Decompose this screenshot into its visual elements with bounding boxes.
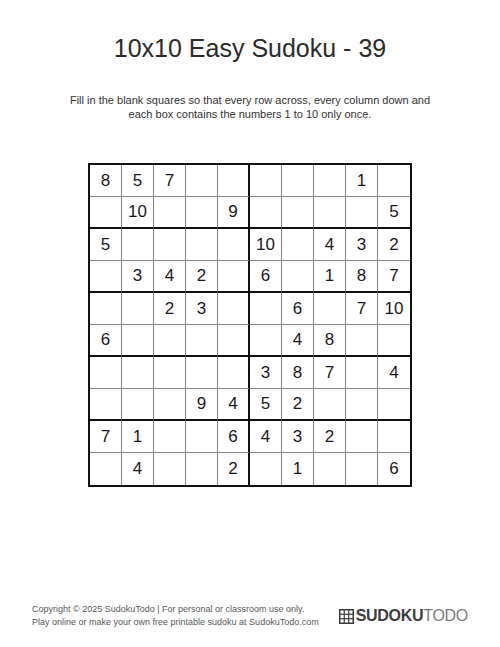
cell-r5c9: 7 (346, 293, 378, 325)
cell-r9c9 (346, 421, 378, 453)
cell-r10c3 (154, 453, 186, 485)
cell-r8c2 (122, 389, 154, 421)
copyright-text: Copyright © 2025 SudokuTodo | For person… (32, 603, 319, 629)
sudokutodo-logo: SUDOKUTODO (339, 607, 468, 625)
cell-r7c1 (90, 357, 122, 389)
cell-r4c6: 6 (250, 261, 282, 293)
cell-r2c5: 9 (218, 197, 250, 229)
cell-r10c4 (186, 453, 218, 485)
cell-r8c9 (346, 389, 378, 421)
cell-r3c2 (122, 229, 154, 261)
cell-r10c7: 1 (282, 453, 314, 485)
cell-r8c4: 9 (186, 389, 218, 421)
copyright-line-1: Copyright © 2025 SudokuTodo | For person… (32, 603, 319, 616)
cell-r9c7: 3 (282, 421, 314, 453)
cell-r9c8: 2 (314, 421, 346, 453)
grid-icon (339, 609, 354, 624)
cell-r1c8 (314, 165, 346, 197)
instructions: Fill in the blank squares so that every … (0, 93, 500, 121)
cell-r7c9 (346, 357, 378, 389)
cell-r1c9: 1 (346, 165, 378, 197)
cell-r9c2: 1 (122, 421, 154, 453)
cell-r5c10: 10 (378, 293, 410, 325)
cell-r1c1: 8 (90, 165, 122, 197)
cell-r3c6: 10 (250, 229, 282, 261)
cell-r1c6 (250, 165, 282, 197)
cell-r5c6 (250, 293, 282, 325)
cell-r1c3: 7 (154, 165, 186, 197)
cell-r6c6 (250, 325, 282, 357)
cell-r2c1 (90, 197, 122, 229)
cell-r6c5 (218, 325, 250, 357)
cell-r7c8: 7 (314, 357, 346, 389)
cell-r7c4 (186, 357, 218, 389)
cell-r1c4 (186, 165, 218, 197)
cell-r7c6: 3 (250, 357, 282, 389)
logo-text-bold: SUDOKU (356, 607, 424, 624)
cell-r7c7: 8 (282, 357, 314, 389)
cell-r9c6: 4 (250, 421, 282, 453)
sudoku-grid: 8571109551043234261872367106483874945271… (88, 163, 412, 487)
cell-r8c5: 4 (218, 389, 250, 421)
cell-r6c1: 6 (90, 325, 122, 357)
cell-r3c9: 3 (346, 229, 378, 261)
cell-r6c9 (346, 325, 378, 357)
cell-r4c2: 3 (122, 261, 154, 293)
cell-r3c1: 5 (90, 229, 122, 261)
page-title: 10x10 Easy Sudoku - 39 (0, 32, 500, 64)
cell-r4c5 (218, 261, 250, 293)
cell-r7c2 (122, 357, 154, 389)
cell-r1c2: 5 (122, 165, 154, 197)
cell-r7c10: 4 (378, 357, 410, 389)
cell-r6c7: 4 (282, 325, 314, 357)
cell-r2c9 (346, 197, 378, 229)
cell-r1c10 (378, 165, 410, 197)
cell-r5c5 (218, 293, 250, 325)
cell-r7c3 (154, 357, 186, 389)
sudoku-page: 10x10 Easy Sudoku - 39 Fill in the blank… (0, 0, 500, 647)
cell-r8c10 (378, 389, 410, 421)
cell-r9c1: 7 (90, 421, 122, 453)
cell-r10c5: 2 (218, 453, 250, 485)
cell-r6c3 (154, 325, 186, 357)
cell-r2c3 (154, 197, 186, 229)
cell-r9c10 (378, 421, 410, 453)
instructions-line-2: each box contains the numbers 1 to 10 on… (0, 107, 500, 121)
cell-r5c3: 2 (154, 293, 186, 325)
cell-r9c3 (154, 421, 186, 453)
cell-r6c8: 8 (314, 325, 346, 357)
cell-r2c4 (186, 197, 218, 229)
cell-r4c8: 1 (314, 261, 346, 293)
cell-r8c6: 5 (250, 389, 282, 421)
footer: Copyright © 2025 SudokuTodo | For person… (32, 603, 468, 629)
cell-r5c8 (314, 293, 346, 325)
instructions-line-1: Fill in the blank squares so that every … (0, 93, 500, 107)
cell-r10c1 (90, 453, 122, 485)
cell-r4c9: 8 (346, 261, 378, 293)
cell-r6c4 (186, 325, 218, 357)
cell-r9c5: 6 (218, 421, 250, 453)
cell-r2c8 (314, 197, 346, 229)
cell-r10c6 (250, 453, 282, 485)
cell-r8c3 (154, 389, 186, 421)
cell-r4c4: 2 (186, 261, 218, 293)
cell-r10c8 (314, 453, 346, 485)
cell-r6c2 (122, 325, 154, 357)
cell-r3c3 (154, 229, 186, 261)
cell-r1c5 (218, 165, 250, 197)
cell-r3c4 (186, 229, 218, 261)
cell-r3c10: 2 (378, 229, 410, 261)
cell-r8c1 (90, 389, 122, 421)
cell-r7c5 (218, 357, 250, 389)
logo-text-light: TODO (423, 607, 468, 624)
cell-r3c8: 4 (314, 229, 346, 261)
cell-r8c8 (314, 389, 346, 421)
cell-r10c10: 6 (378, 453, 410, 485)
cell-r4c7 (282, 261, 314, 293)
cell-r10c9 (346, 453, 378, 485)
cell-r5c7: 6 (282, 293, 314, 325)
cell-r5c1 (90, 293, 122, 325)
cell-r5c2 (122, 293, 154, 325)
cell-r3c5 (218, 229, 250, 261)
cell-r8c7: 2 (282, 389, 314, 421)
cell-r2c6 (250, 197, 282, 229)
cell-r4c10: 7 (378, 261, 410, 293)
cell-r2c10: 5 (378, 197, 410, 229)
cell-r9c4 (186, 421, 218, 453)
copyright-line-2: Play online or make your own free printa… (32, 616, 319, 629)
cell-r4c3: 4 (154, 261, 186, 293)
cell-r1c7 (282, 165, 314, 197)
cell-r2c2: 10 (122, 197, 154, 229)
cell-r4c1 (90, 261, 122, 293)
cell-r3c7 (282, 229, 314, 261)
cell-r10c2: 4 (122, 453, 154, 485)
cell-r2c7 (282, 197, 314, 229)
cell-r5c4: 3 (186, 293, 218, 325)
cell-r6c10 (378, 325, 410, 357)
